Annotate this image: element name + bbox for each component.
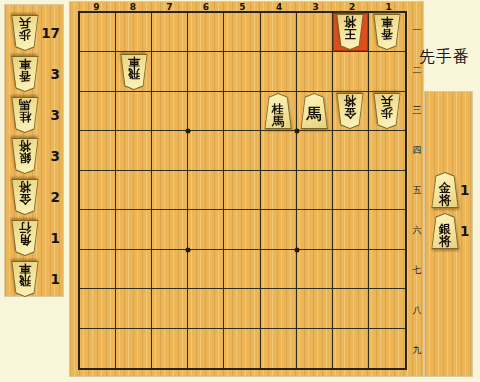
square-1-1[interactable]: 香車 xyxy=(369,13,405,52)
square-9-6[interactable] xyxy=(80,210,116,249)
sente-hand-gold: 金将1 xyxy=(425,172,472,208)
square-7-5[interactable] xyxy=(152,171,188,210)
gote-captured-tray: 歩兵17香車3桂馬3銀将3金将2角行1飛車1 xyxy=(5,5,63,296)
square-5-5[interactable] xyxy=(224,171,260,210)
square-7-7[interactable] xyxy=(152,250,188,289)
gote-king-piece[interactable]: 王将 xyxy=(335,14,365,50)
rank-label-5: 五 xyxy=(411,171,423,211)
square-2-9[interactable] xyxy=(333,329,369,368)
square-3-6[interactable] xyxy=(297,210,333,249)
square-7-8[interactable] xyxy=(152,289,188,328)
square-8-7[interactable] xyxy=(116,250,152,289)
square-4-9[interactable] xyxy=(261,329,297,368)
gote-rook-piece[interactable]: 飛車 xyxy=(119,54,149,90)
gote-hand-rook-count: 1 xyxy=(40,261,60,297)
square-4-7[interactable] xyxy=(261,250,297,289)
gote-lance-piece[interactable]: 香車 xyxy=(372,14,402,50)
square-9-7[interactable] xyxy=(80,250,116,289)
gote-lance-piece[interactable]: 香車 xyxy=(10,56,40,92)
gote-hand-gold-count: 2 xyxy=(40,179,60,215)
star-point xyxy=(186,129,191,134)
gote-silver-piece[interactable]: 銀将 xyxy=(10,138,40,174)
square-6-7[interactable] xyxy=(188,250,224,289)
gote-gold-piece[interactable]: 金将 xyxy=(10,179,40,215)
square-8-9[interactable] xyxy=(116,329,152,368)
gote-hand-silver-count: 3 xyxy=(40,138,60,174)
gote-hand-knight: 桂馬3 xyxy=(5,97,63,133)
sente-hand-gold-count: 1 xyxy=(460,172,469,208)
square-5-6[interactable] xyxy=(224,210,260,249)
gote-hand-lance-count: 3 xyxy=(40,56,60,92)
rank-label-9: 九 xyxy=(411,330,423,370)
square-7-9[interactable] xyxy=(152,329,188,368)
square-4-3[interactable]: 桂馬 xyxy=(261,92,297,131)
file-labels: 987654321 xyxy=(78,2,407,11)
gote-hand-silver: 銀将3 xyxy=(5,138,63,174)
square-9-2[interactable] xyxy=(80,52,116,91)
square-5-7[interactable] xyxy=(224,250,260,289)
square-4-4[interactable] xyxy=(261,131,297,170)
square-4-2[interactable] xyxy=(261,52,297,91)
gote-hand-list: 歩兵17香車3桂馬3銀将3金将2角行1飛車1 xyxy=(5,5,63,297)
square-3-3[interactable]: 馬 xyxy=(297,92,333,131)
square-4-6[interactable] xyxy=(261,210,297,249)
square-5-2[interactable] xyxy=(224,52,260,91)
square-3-2[interactable] xyxy=(297,52,333,91)
square-9-1[interactable] xyxy=(80,13,116,52)
square-9-5[interactable] xyxy=(80,171,116,210)
square-8-5[interactable] xyxy=(116,171,152,210)
square-2-3[interactable]: 金将 xyxy=(333,92,369,131)
square-5-3[interactable] xyxy=(224,92,260,131)
gote-hand-rook: 飛車1 xyxy=(5,261,63,297)
square-1-8[interactable] xyxy=(369,289,405,328)
square-6-1[interactable] xyxy=(188,13,224,52)
square-9-3[interactable] xyxy=(80,92,116,131)
star-point xyxy=(294,129,299,134)
gote-hand-pawn-count: 17 xyxy=(40,15,60,51)
square-4-5[interactable] xyxy=(261,171,297,210)
gote-pawn-piece[interactable]: 歩兵 xyxy=(372,93,402,129)
square-6-5[interactable] xyxy=(188,171,224,210)
square-8-2[interactable]: 飛車 xyxy=(116,52,152,91)
square-7-4[interactable] xyxy=(152,131,188,170)
square-1-2[interactable] xyxy=(369,52,405,91)
gote-hand-gold: 金将2 xyxy=(5,179,63,215)
square-8-4[interactable] xyxy=(116,131,152,170)
rank-label-6: 六 xyxy=(411,210,423,250)
square-5-9[interactable] xyxy=(224,329,260,368)
square-6-6[interactable] xyxy=(188,210,224,249)
square-7-1[interactable] xyxy=(152,13,188,52)
shogi-board: 987654321 王将香車飛車桂馬馬金将歩兵 一二三四五六七八九 xyxy=(70,2,423,376)
square-9-4[interactable] xyxy=(80,131,116,170)
sente-hand-silver: 銀将1 xyxy=(425,213,472,249)
square-5-1[interactable] xyxy=(224,13,260,52)
square-7-6[interactable] xyxy=(152,210,188,249)
gote-gold-piece[interactable]: 金将 xyxy=(335,93,365,129)
rank-label-8: 八 xyxy=(411,290,423,330)
star-point xyxy=(294,247,299,252)
board-grid: 王将香車飛車桂馬馬金将歩兵 xyxy=(78,11,407,370)
square-5-8[interactable] xyxy=(224,289,260,328)
square-5-4[interactable] xyxy=(224,131,260,170)
square-9-9[interactable] xyxy=(80,329,116,368)
square-2-2[interactable] xyxy=(333,52,369,91)
square-1-7[interactable] xyxy=(369,250,405,289)
square-1-9[interactable] xyxy=(369,329,405,368)
square-3-7[interactable] xyxy=(297,250,333,289)
sente-silver-piece[interactable]: 銀将 xyxy=(430,213,460,249)
square-3-1[interactable] xyxy=(297,13,333,52)
square-2-5[interactable] xyxy=(333,171,369,210)
gote-hand-knight-count: 3 xyxy=(40,97,60,133)
square-3-5[interactable] xyxy=(297,171,333,210)
square-4-1[interactable] xyxy=(261,13,297,52)
gote-hand-lance: 香車3 xyxy=(5,56,63,92)
square-7-3[interactable] xyxy=(152,92,188,131)
gote-rook-piece[interactable]: 飛車 xyxy=(10,261,40,297)
gote-pawn-piece[interactable]: 歩兵 xyxy=(10,15,40,51)
square-1-4[interactable] xyxy=(369,131,405,170)
sente-knight-piece[interactable]: 桂馬 xyxy=(263,93,293,129)
square-3-8[interactable] xyxy=(297,289,333,328)
sente-hand-silver-count: 1 xyxy=(460,213,469,249)
gote-knight-piece[interactable]: 桂馬 xyxy=(10,97,40,133)
sente-promoted-bishop-piece[interactable]: 馬 xyxy=(299,93,329,129)
square-2-7[interactable] xyxy=(333,250,369,289)
square-6-4[interactable] xyxy=(188,131,224,170)
turn-indicator: 先手番 xyxy=(419,47,470,68)
square-2-1[interactable]: 王将 xyxy=(333,13,369,52)
square-1-6[interactable] xyxy=(369,210,405,249)
square-3-9[interactable] xyxy=(297,329,333,368)
square-1-5[interactable] xyxy=(369,171,405,210)
gote-bishop-piece[interactable]: 角行 xyxy=(10,220,40,256)
square-6-3[interactable] xyxy=(188,92,224,131)
square-2-8[interactable] xyxy=(333,289,369,328)
square-3-4[interactable] xyxy=(297,131,333,170)
square-1-3[interactable]: 歩兵 xyxy=(369,92,405,131)
square-6-2[interactable] xyxy=(188,52,224,91)
square-6-8[interactable] xyxy=(188,289,224,328)
sente-hand-list: 金将1銀将1 xyxy=(425,92,472,249)
square-8-6[interactable] xyxy=(116,210,152,249)
square-8-3[interactable] xyxy=(116,92,152,131)
gote-hand-pawn: 歩兵17 xyxy=(5,15,63,51)
gote-hand-bishop-count: 1 xyxy=(40,220,60,256)
rank-label-1: 一 xyxy=(411,11,423,51)
square-4-8[interactable] xyxy=(261,289,297,328)
square-6-9[interactable] xyxy=(188,329,224,368)
rank-label-7: 七 xyxy=(411,250,423,290)
gote-hand-bishop: 角行1 xyxy=(5,220,63,256)
square-2-6[interactable] xyxy=(333,210,369,249)
rank-label-3: 三 xyxy=(411,91,423,131)
square-8-1[interactable] xyxy=(116,13,152,52)
sente-gold-piece[interactable]: 金将 xyxy=(430,172,460,208)
square-7-2[interactable] xyxy=(152,52,188,91)
rank-label-4: 四 xyxy=(411,131,423,171)
sente-captured-tray: 金将1銀将1 xyxy=(425,92,472,376)
star-point xyxy=(186,247,191,252)
square-9-8[interactable] xyxy=(80,289,116,328)
square-2-4[interactable] xyxy=(333,131,369,170)
square-8-8[interactable] xyxy=(116,289,152,328)
